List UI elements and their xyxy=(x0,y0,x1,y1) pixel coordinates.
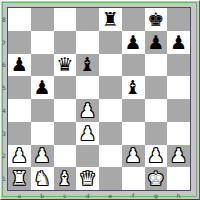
square-d1[interactable]: ♛ xyxy=(76,167,99,190)
file-label-c: c xyxy=(54,192,77,199)
square-c5[interactable] xyxy=(54,76,77,99)
square-c8[interactable] xyxy=(54,8,77,31)
file-label-g: g xyxy=(145,192,168,199)
square-h1[interactable] xyxy=(167,167,190,190)
square-e6[interactable] xyxy=(99,54,122,77)
square-e8[interactable]: ♜ xyxy=(99,8,122,31)
white-pawn[interactable]: ♟ xyxy=(122,145,145,168)
square-h5[interactable] xyxy=(167,76,190,99)
square-f3[interactable] xyxy=(122,122,145,145)
square-g3[interactable] xyxy=(145,122,168,145)
square-d4[interactable]: ♟ xyxy=(76,99,99,122)
white-bishop[interactable]: ♝ xyxy=(54,167,77,190)
white-pawn[interactable]: ♟ xyxy=(31,145,54,168)
square-g2[interactable]: ♟ xyxy=(145,145,168,168)
square-a3[interactable] xyxy=(8,122,31,145)
square-d5[interactable] xyxy=(76,76,99,99)
square-g5[interactable] xyxy=(145,76,168,99)
square-h2[interactable]: ♟ xyxy=(167,145,190,168)
black-pawn[interactable]: ♟ xyxy=(145,31,168,54)
white-rook[interactable]: ♜ xyxy=(8,167,31,190)
square-e1[interactable] xyxy=(99,167,122,190)
square-b7[interactable] xyxy=(31,31,54,54)
file-labels: abcdefgh xyxy=(8,192,190,199)
black-queen[interactable]: ♛ xyxy=(54,54,77,77)
square-b3[interactable] xyxy=(31,122,54,145)
square-g4[interactable] xyxy=(145,99,168,122)
square-a7[interactable] xyxy=(8,31,31,54)
square-b5[interactable]: ♟ xyxy=(31,76,54,99)
square-g1[interactable]: ♚ xyxy=(145,167,168,190)
file-label-b: b xyxy=(31,192,54,199)
white-pawn[interactable]: ♟ xyxy=(8,145,31,168)
square-c6[interactable]: ♛ xyxy=(54,54,77,77)
square-g7[interactable]: ♟ xyxy=(145,31,168,54)
file-label-e: e xyxy=(99,192,122,199)
black-rook[interactable]: ♜ xyxy=(99,8,122,31)
file-label-a: a xyxy=(8,192,31,199)
square-b4[interactable] xyxy=(31,99,54,122)
square-a6[interactable]: ♟ xyxy=(8,54,31,77)
file-label-d: d xyxy=(76,192,99,199)
square-f6[interactable] xyxy=(122,54,145,77)
white-pawn[interactable]: ♟ xyxy=(76,99,99,122)
white-king[interactable]: ♚ xyxy=(145,167,168,190)
black-pawn[interactable]: ♟ xyxy=(167,31,190,54)
square-g8[interactable]: ♚ xyxy=(145,8,168,31)
square-c2[interactable] xyxy=(54,145,77,168)
square-c1[interactable]: ♝ xyxy=(54,167,77,190)
square-h7[interactable]: ♟ xyxy=(167,31,190,54)
square-d6[interactable]: ♝ xyxy=(76,54,99,77)
square-b1[interactable]: ♞ xyxy=(31,167,54,190)
square-d7[interactable] xyxy=(76,31,99,54)
square-g6[interactable] xyxy=(145,54,168,77)
square-f2[interactable]: ♟ xyxy=(122,145,145,168)
file-label-f: f xyxy=(122,192,145,199)
square-e3[interactable] xyxy=(99,122,122,145)
white-pawn[interactable]: ♟ xyxy=(76,122,99,145)
square-f4[interactable] xyxy=(122,99,145,122)
white-pawn[interactable]: ♟ xyxy=(145,145,168,168)
square-b2[interactable]: ♟ xyxy=(31,145,54,168)
black-king[interactable]: ♚ xyxy=(145,8,168,31)
black-bishop[interactable]: ♝ xyxy=(122,76,145,99)
square-b6[interactable] xyxy=(31,54,54,77)
file-label-h: h xyxy=(167,192,190,199)
black-bishop[interactable]: ♝ xyxy=(76,54,99,77)
square-e2[interactable] xyxy=(99,145,122,168)
square-h3[interactable] xyxy=(167,122,190,145)
white-pawn[interactable]: ♟ xyxy=(167,145,190,168)
black-pawn[interactable]: ♟ xyxy=(31,76,54,99)
chessboard-frame: 87654321 abcdefgh ♜♚♟♟♟♟♛♝♟♝♟♟♟♟♟♟♟♜♞♝♛♚ xyxy=(0,0,200,200)
square-f1[interactable] xyxy=(122,167,145,190)
square-a2[interactable]: ♟ xyxy=(8,145,31,168)
square-c7[interactable] xyxy=(54,31,77,54)
square-d3[interactable]: ♟ xyxy=(76,122,99,145)
square-f8[interactable] xyxy=(122,8,145,31)
square-a8[interactable] xyxy=(8,8,31,31)
white-knight[interactable]: ♞ xyxy=(31,167,54,190)
square-e5[interactable] xyxy=(99,76,122,99)
white-queen[interactable]: ♛ xyxy=(76,167,99,190)
square-e4[interactable] xyxy=(99,99,122,122)
square-c3[interactable] xyxy=(54,122,77,145)
square-a4[interactable] xyxy=(8,99,31,122)
square-f7[interactable]: ♟ xyxy=(122,31,145,54)
square-h8[interactable] xyxy=(167,8,190,31)
square-a5[interactable] xyxy=(8,76,31,99)
square-h4[interactable] xyxy=(167,99,190,122)
square-c4[interactable] xyxy=(54,99,77,122)
square-e7[interactable] xyxy=(99,31,122,54)
square-b8[interactable] xyxy=(31,8,54,31)
square-f5[interactable]: ♝ xyxy=(122,76,145,99)
black-pawn[interactable]: ♟ xyxy=(8,54,31,77)
square-h6[interactable] xyxy=(167,54,190,77)
square-d8[interactable] xyxy=(76,8,99,31)
chess-board: ♜♚♟♟♟♟♛♝♟♝♟♟♟♟♟♟♟♜♞♝♛♚ xyxy=(7,7,191,191)
square-d2[interactable] xyxy=(76,145,99,168)
black-pawn[interactable]: ♟ xyxy=(122,31,145,54)
square-a1[interactable]: ♜ xyxy=(8,167,31,190)
